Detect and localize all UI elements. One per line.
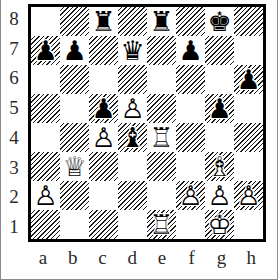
piece-glyph: ♟ bbox=[176, 36, 205, 65]
piece-black-pawn: ♟ bbox=[89, 94, 118, 123]
square-c4[interactable]: ♟♙ bbox=[89, 123, 118, 152]
piece-white-rook: ♜♖ bbox=[147, 123, 176, 152]
square-h7[interactable] bbox=[234, 36, 263, 65]
square-e7[interactable] bbox=[147, 36, 176, 65]
square-f6[interactable] bbox=[176, 65, 205, 94]
piece-glyph: ♛ bbox=[118, 36, 147, 65]
piece-glyph: ♜ bbox=[147, 7, 176, 36]
square-h1[interactable] bbox=[234, 210, 263, 239]
rank-label-7: 7 bbox=[1, 34, 27, 64]
piece-white-queen: ♛♕ bbox=[60, 152, 89, 181]
square-e1[interactable]: ♜♖ bbox=[147, 210, 176, 239]
square-g7[interactable] bbox=[205, 36, 234, 65]
piece-white-pawn: ♟♙ bbox=[118, 94, 147, 123]
piece-glyph: ♚ bbox=[205, 7, 234, 36]
square-h8[interactable] bbox=[234, 7, 263, 36]
square-a2[interactable]: ♟♙ bbox=[31, 181, 60, 210]
square-d7[interactable]: ♛ bbox=[118, 36, 147, 65]
piece-black-rook: ♜ bbox=[147, 7, 176, 36]
piece-white-pawn: ♟♙ bbox=[31, 181, 60, 210]
file-label-e: e bbox=[147, 243, 177, 273]
square-a4[interactable] bbox=[31, 123, 60, 152]
piece-outline-glyph: ♙ bbox=[31, 181, 60, 210]
square-b4[interactable] bbox=[60, 123, 89, 152]
file-label-c: c bbox=[88, 243, 118, 273]
square-d1[interactable] bbox=[118, 210, 147, 239]
piece-glyph: ♟ bbox=[234, 65, 263, 94]
rank-label-1: 1 bbox=[1, 212, 27, 242]
piece-outline-glyph: ♖ bbox=[147, 123, 176, 152]
piece-outline-glyph: ♕ bbox=[60, 152, 89, 181]
chess-diagram: 87654321 ♜♜♚♟♟♛♟♟♟♟♙♟♟♙♝♜♖♛♕♝♗♟♙♟♙♟♙♟♙♜♖… bbox=[0, 0, 278, 280]
piece-black-pawn: ♟ bbox=[176, 36, 205, 65]
rank-labels: 87654321 bbox=[1, 4, 27, 242]
square-d3[interactable] bbox=[118, 152, 147, 181]
rank-label-2: 2 bbox=[1, 183, 27, 213]
piece-white-pawn: ♟♙ bbox=[205, 181, 234, 210]
square-c3[interactable] bbox=[89, 152, 118, 181]
rank-label-4: 4 bbox=[1, 123, 27, 153]
square-f2[interactable]: ♟♙ bbox=[176, 181, 205, 210]
rank-label-5: 5 bbox=[1, 93, 27, 123]
square-c6[interactable] bbox=[89, 65, 118, 94]
square-a6[interactable] bbox=[31, 65, 60, 94]
piece-glyph: ♟ bbox=[60, 36, 89, 65]
piece-white-bishop: ♝♗ bbox=[205, 152, 234, 181]
piece-black-pawn: ♟ bbox=[234, 65, 263, 94]
square-g4[interactable] bbox=[205, 123, 234, 152]
file-label-f: f bbox=[177, 243, 207, 273]
square-g1[interactable]: ♚♔ bbox=[205, 210, 234, 239]
square-e5[interactable] bbox=[147, 94, 176, 123]
square-c7[interactable] bbox=[89, 36, 118, 65]
piece-outline-glyph: ♗ bbox=[205, 152, 234, 181]
square-g3[interactable]: ♝♗ bbox=[205, 152, 234, 181]
square-a3[interactable] bbox=[31, 152, 60, 181]
square-a5[interactable] bbox=[31, 94, 60, 123]
piece-white-rook: ♜♖ bbox=[147, 210, 176, 239]
square-c8[interactable]: ♜ bbox=[89, 7, 118, 36]
piece-glyph: ♟ bbox=[205, 94, 234, 123]
square-g6[interactable] bbox=[205, 65, 234, 94]
piece-outline-glyph: ♖ bbox=[147, 210, 176, 239]
square-d5[interactable]: ♟♙ bbox=[118, 94, 147, 123]
board: ♜♜♚♟♟♛♟♟♟♟♙♟♟♙♝♜♖♛♕♝♗♟♙♟♙♟♙♟♙♜♖♚♔ bbox=[28, 4, 266, 242]
piece-white-pawn: ♟♙ bbox=[176, 181, 205, 210]
square-a7[interactable]: ♟ bbox=[31, 36, 60, 65]
rank-label-3: 3 bbox=[1, 153, 27, 183]
square-h4[interactable] bbox=[234, 123, 263, 152]
square-b2[interactable] bbox=[60, 181, 89, 210]
square-b3[interactable]: ♛♕ bbox=[60, 152, 89, 181]
square-d2[interactable] bbox=[118, 181, 147, 210]
square-f5[interactable] bbox=[176, 94, 205, 123]
piece-glyph: ♟ bbox=[31, 36, 60, 65]
piece-black-pawn: ♟ bbox=[60, 36, 89, 65]
piece-outline-glyph: ♙ bbox=[89, 123, 118, 152]
square-g2[interactable]: ♟♙ bbox=[205, 181, 234, 210]
piece-black-queen: ♛ bbox=[118, 36, 147, 65]
piece-glyph: ♟ bbox=[89, 94, 118, 123]
piece-white-pawn: ♟♙ bbox=[89, 123, 118, 152]
square-d8[interactable] bbox=[118, 7, 147, 36]
square-h3[interactable] bbox=[234, 152, 263, 181]
file-label-b: b bbox=[58, 243, 88, 273]
square-f8[interactable] bbox=[176, 7, 205, 36]
square-e3[interactable] bbox=[147, 152, 176, 181]
file-label-d: d bbox=[117, 243, 147, 273]
square-g8[interactable]: ♚ bbox=[205, 7, 234, 36]
square-d6[interactable] bbox=[118, 65, 147, 94]
square-f3[interactable] bbox=[176, 152, 205, 181]
file-label-a: a bbox=[28, 243, 58, 273]
rank-label-8: 8 bbox=[1, 4, 27, 34]
file-label-g: g bbox=[207, 243, 237, 273]
piece-black-pawn: ♟ bbox=[31, 36, 60, 65]
square-h2[interactable]: ♟♙ bbox=[234, 181, 263, 210]
piece-outline-glyph: ♙ bbox=[118, 94, 147, 123]
square-e4[interactable]: ♜♖ bbox=[147, 123, 176, 152]
square-h5[interactable] bbox=[234, 94, 263, 123]
piece-outline-glyph: ♔ bbox=[205, 210, 234, 239]
square-e6[interactable] bbox=[147, 65, 176, 94]
file-labels: abcdefgh bbox=[28, 243, 266, 273]
piece-outline-glyph: ♙ bbox=[234, 181, 263, 210]
piece-outline-glyph: ♙ bbox=[205, 181, 234, 210]
square-f1[interactable] bbox=[176, 210, 205, 239]
square-b7[interactable]: ♟ bbox=[60, 36, 89, 65]
square-h6[interactable]: ♟ bbox=[234, 65, 263, 94]
file-label-h: h bbox=[236, 243, 266, 273]
piece-glyph: ♝ bbox=[118, 123, 147, 152]
square-a8[interactable] bbox=[31, 7, 60, 36]
piece-outline-glyph: ♙ bbox=[176, 181, 205, 210]
rank-label-6: 6 bbox=[1, 64, 27, 94]
square-e2[interactable] bbox=[147, 181, 176, 210]
piece-white-king: ♚♔ bbox=[205, 210, 234, 239]
piece-black-rook: ♜ bbox=[89, 7, 118, 36]
square-g5[interactable]: ♟ bbox=[205, 94, 234, 123]
piece-white-pawn: ♟♙ bbox=[234, 181, 263, 210]
piece-black-king: ♚ bbox=[205, 7, 234, 36]
square-c2[interactable] bbox=[89, 181, 118, 210]
square-c1[interactable] bbox=[89, 210, 118, 239]
piece-glyph: ♜ bbox=[89, 7, 118, 36]
square-a1[interactable] bbox=[31, 210, 60, 239]
square-f4[interactable] bbox=[176, 123, 205, 152]
square-e8[interactable]: ♜ bbox=[147, 7, 176, 36]
square-b1[interactable] bbox=[60, 210, 89, 239]
piece-black-bishop: ♝ bbox=[118, 123, 147, 152]
square-d4[interactable]: ♝ bbox=[118, 123, 147, 152]
square-b6[interactable] bbox=[60, 65, 89, 94]
square-b8[interactable] bbox=[60, 7, 89, 36]
square-f7[interactable]: ♟ bbox=[176, 36, 205, 65]
square-c5[interactable]: ♟ bbox=[89, 94, 118, 123]
piece-black-pawn: ♟ bbox=[205, 94, 234, 123]
square-b5[interactable] bbox=[60, 94, 89, 123]
